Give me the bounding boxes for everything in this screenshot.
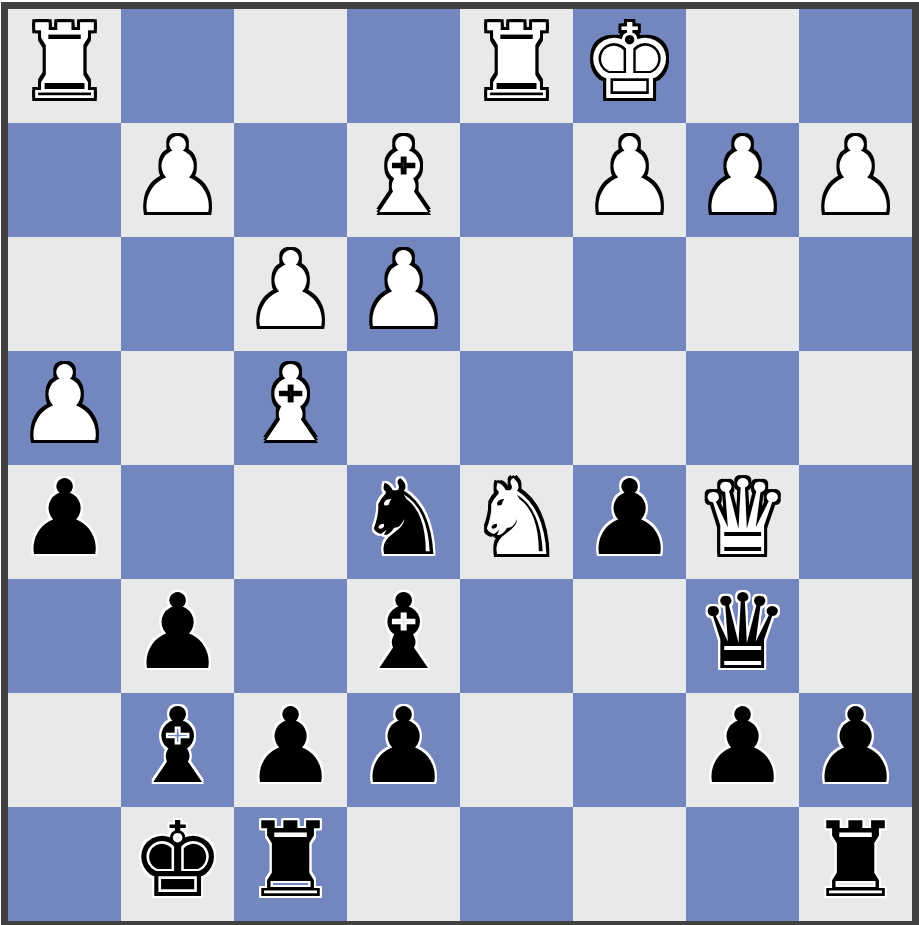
square-g2[interactable]: ♟ xyxy=(121,123,234,237)
square-e2[interactable]: ♝ xyxy=(347,123,460,237)
square-h5[interactable]: ♟ xyxy=(8,465,121,579)
black-rook-piece[interactable]: ♜ xyxy=(809,803,902,917)
square-d3[interactable] xyxy=(460,237,573,351)
square-g4[interactable] xyxy=(121,351,234,465)
square-c4[interactable] xyxy=(573,351,686,465)
square-c6[interactable] xyxy=(573,579,686,693)
square-g7[interactable]: ♝ xyxy=(121,693,234,807)
black-king-piece[interactable]: ♚ xyxy=(131,803,224,917)
white-king-piece[interactable]: ♚ xyxy=(583,5,676,119)
square-b4[interactable] xyxy=(686,351,799,465)
square-a2[interactable]: ♟ xyxy=(799,123,912,237)
square-b6[interactable]: ♛ xyxy=(686,579,799,693)
square-c3[interactable] xyxy=(573,237,686,351)
square-d6[interactable] xyxy=(460,579,573,693)
square-f4[interactable]: ♝ xyxy=(234,351,347,465)
square-c5[interactable]: ♟ xyxy=(573,465,686,579)
square-b1[interactable] xyxy=(686,9,799,123)
white-pawn-piece[interactable]: ♟ xyxy=(18,347,111,461)
square-d5[interactable]: ♞ xyxy=(460,465,573,579)
square-h7[interactable] xyxy=(8,693,121,807)
square-b2[interactable]: ♟ xyxy=(686,123,799,237)
square-b3[interactable] xyxy=(686,237,799,351)
square-e1[interactable] xyxy=(347,9,460,123)
black-bishop-piece[interactable]: ♝ xyxy=(131,689,224,803)
square-f7[interactable]: ♟ xyxy=(234,693,347,807)
white-queen-piece[interactable]: ♛ xyxy=(696,461,789,575)
black-pawn-piece[interactable]: ♟ xyxy=(809,689,902,803)
square-f1[interactable] xyxy=(234,9,347,123)
square-d2[interactable] xyxy=(460,123,573,237)
black-pawn-piece[interactable]: ♟ xyxy=(131,575,224,689)
square-a3[interactable] xyxy=(799,237,912,351)
white-rook-piece[interactable]: ♜ xyxy=(470,5,563,119)
square-a7[interactable]: ♟ xyxy=(799,693,912,807)
black-pawn-piece[interactable]: ♟ xyxy=(357,689,450,803)
square-b8[interactable] xyxy=(686,807,799,921)
square-c7[interactable] xyxy=(573,693,686,807)
square-e6[interactable]: ♝ xyxy=(347,579,460,693)
square-b5[interactable]: ♛ xyxy=(686,465,799,579)
white-pawn-piece[interactable]: ♟ xyxy=(809,119,902,233)
white-bishop-piece[interactable]: ♝ xyxy=(244,347,337,461)
square-a6[interactable] xyxy=(799,579,912,693)
square-c8[interactable] xyxy=(573,807,686,921)
square-d1[interactable]: ♜ xyxy=(460,9,573,123)
chess-board-frame: ♜♜♚♟♝♟♟♟♟♟♟♝♟♞♞♟♛♟♝♛♝♟♟♟♟♚♜♜ xyxy=(1,2,919,925)
square-f3[interactable]: ♟ xyxy=(234,237,347,351)
square-h8[interactable] xyxy=(8,807,121,921)
square-c1[interactable]: ♚ xyxy=(573,9,686,123)
square-h1[interactable]: ♜ xyxy=(8,9,121,123)
white-pawn-piece[interactable]: ♟ xyxy=(244,233,337,347)
black-knight-piece[interactable]: ♞ xyxy=(357,461,450,575)
square-e3[interactable]: ♟ xyxy=(347,237,460,351)
white-pawn-piece[interactable]: ♟ xyxy=(357,233,450,347)
black-queen-piece[interactable]: ♛ xyxy=(696,575,789,689)
square-b7[interactable]: ♟ xyxy=(686,693,799,807)
black-pawn-piece[interactable]: ♟ xyxy=(583,461,676,575)
black-bishop-piece[interactable]: ♝ xyxy=(357,575,450,689)
square-a4[interactable] xyxy=(799,351,912,465)
square-f2[interactable] xyxy=(234,123,347,237)
square-h4[interactable]: ♟ xyxy=(8,351,121,465)
white-rook-piece[interactable]: ♜ xyxy=(18,5,111,119)
square-f6[interactable] xyxy=(234,579,347,693)
square-e5[interactable]: ♞ xyxy=(347,465,460,579)
square-g8[interactable]: ♚ xyxy=(121,807,234,921)
black-pawn-piece[interactable]: ♟ xyxy=(696,689,789,803)
black-pawn-piece[interactable]: ♟ xyxy=(244,689,337,803)
square-c2[interactable]: ♟ xyxy=(573,123,686,237)
square-g6[interactable]: ♟ xyxy=(121,579,234,693)
square-d8[interactable] xyxy=(460,807,573,921)
square-e8[interactable] xyxy=(347,807,460,921)
square-g3[interactable] xyxy=(121,237,234,351)
white-pawn-piece[interactable]: ♟ xyxy=(583,119,676,233)
square-e4[interactable] xyxy=(347,351,460,465)
square-e7[interactable]: ♟ xyxy=(347,693,460,807)
black-pawn-piece[interactable]: ♟ xyxy=(18,461,111,575)
square-h3[interactable] xyxy=(8,237,121,351)
square-f5[interactable] xyxy=(234,465,347,579)
black-rook-piece[interactable]: ♜ xyxy=(244,803,337,917)
square-a5[interactable] xyxy=(799,465,912,579)
square-h6[interactable] xyxy=(8,579,121,693)
white-bishop-piece[interactable]: ♝ xyxy=(357,119,450,233)
square-g1[interactable] xyxy=(121,9,234,123)
square-f8[interactable]: ♜ xyxy=(234,807,347,921)
chess-board: ♜♜♚♟♝♟♟♟♟♟♟♝♟♞♞♟♛♟♝♛♝♟♟♟♟♚♜♜ xyxy=(8,9,912,921)
square-a1[interactable] xyxy=(799,9,912,123)
white-pawn-piece[interactable]: ♟ xyxy=(696,119,789,233)
square-a8[interactable]: ♜ xyxy=(799,807,912,921)
square-d4[interactable] xyxy=(460,351,573,465)
square-h2[interactable] xyxy=(8,123,121,237)
white-pawn-piece[interactable]: ♟ xyxy=(131,119,224,233)
square-d7[interactable] xyxy=(460,693,573,807)
white-knight-piece[interactable]: ♞ xyxy=(470,461,563,575)
square-g5[interactable] xyxy=(121,465,234,579)
